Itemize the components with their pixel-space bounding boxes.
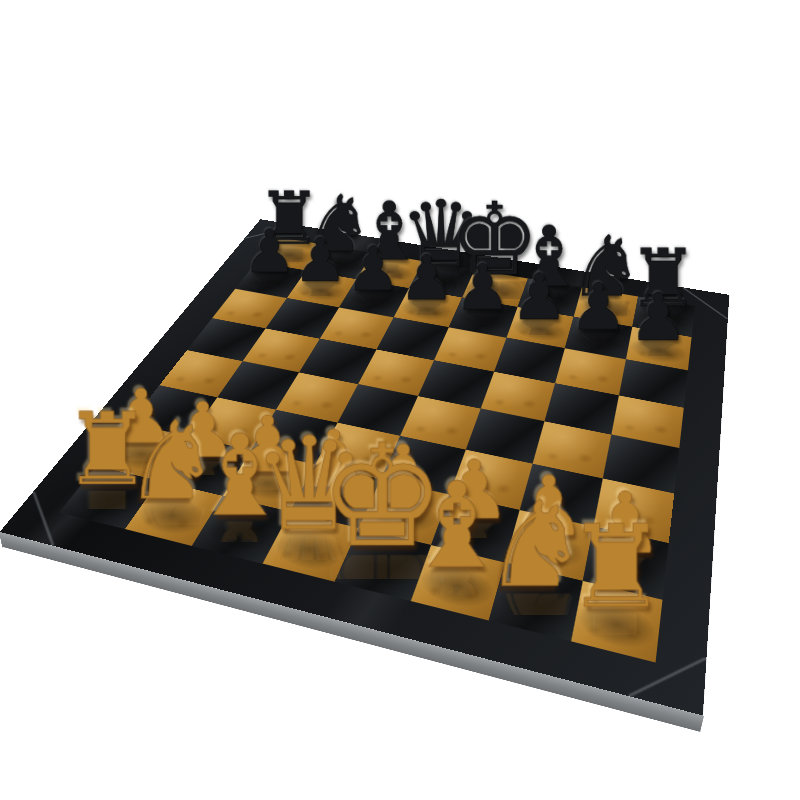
square-a1: ♜ bbox=[59, 466, 158, 529]
square-g6 bbox=[555, 348, 625, 395]
square-h1: ♜ bbox=[570, 580, 662, 662]
square-h4 bbox=[602, 434, 679, 493]
board-squares: ♜♞♝♛♚♝♞♜♟♟♟♟♟♟♟♟♟♟♟♟♟♟♟♟♜♞♝♛♚♝♞♜ bbox=[59, 237, 695, 663]
piece-shadow bbox=[268, 525, 350, 575]
piece-black-rook-a8: ♜ bbox=[257, 183, 322, 255]
piece-black-rook-h8: ♜ bbox=[628, 239, 699, 318]
piece-shadow bbox=[66, 478, 148, 523]
piece-black-knight-g8: ♞ bbox=[568, 225, 643, 309]
square-f4 bbox=[465, 408, 544, 463]
chess-board: ♜♞♝♛♚♝♞♜♟♟♟♟♟♟♟♟♟♟♟♟♟♟♟♟♜♞♝♛♚♝♞♜ bbox=[0, 219, 729, 715]
piece-shadow bbox=[198, 509, 280, 558]
product-photo: ♜♞♝♛♚♝♞♜♟♟♟♟♟♟♟♟♟♟♟♟♟♟♟♟♜♞♝♛♚♝♞♜ bbox=[0, 0, 800, 800]
piece-shadow bbox=[494, 577, 576, 633]
piece-shadow bbox=[575, 596, 657, 655]
square-h7: ♟ bbox=[625, 327, 691, 371]
square-g2: ♟ bbox=[505, 510, 593, 580]
board-scene: ♜♞♝♛♚♝♞♜♟♟♟♟♟♟♟♟♟♟♟♟♟♟♟♟♜♞♝♛♚♝♞♜ bbox=[0, 0, 800, 800]
piece-shadow bbox=[340, 542, 422, 594]
piece-shadow bbox=[415, 559, 497, 613]
piece-shadow bbox=[629, 335, 689, 366]
